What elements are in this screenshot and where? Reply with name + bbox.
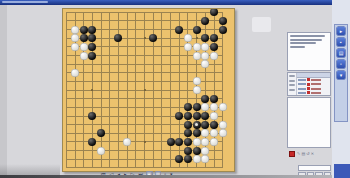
- board-cell[interactable]: [88, 86, 97, 95]
- board-cell[interactable]: [218, 17, 227, 26]
- board-cell[interactable]: [105, 146, 114, 155]
- board-cell[interactable]: [210, 86, 219, 95]
- board-cell[interactable]: [105, 138, 114, 147]
- board-cell[interactable]: [62, 138, 71, 147]
- board-cell[interactable]: [97, 17, 106, 26]
- board-cell[interactable]: [123, 103, 132, 112]
- board-cell[interactable]: [218, 60, 227, 69]
- board-cell[interactable]: [140, 138, 149, 147]
- board-cell[interactable]: [97, 94, 106, 103]
- board-cell[interactable]: [210, 94, 219, 103]
- board-cell[interactable]: [132, 43, 141, 52]
- board-cell[interactable]: [105, 86, 114, 95]
- board-cell[interactable]: [79, 77, 88, 86]
- record-icon[interactable]: [289, 151, 295, 157]
- board-cell[interactable]: [218, 43, 227, 52]
- board-cell[interactable]: [97, 129, 106, 138]
- board-cell[interactable]: [71, 25, 80, 34]
- board-cell[interactable]: [62, 94, 71, 103]
- board-cell[interactable]: [97, 86, 106, 95]
- board-cell[interactable]: [210, 120, 219, 129]
- board-cell[interactable]: [140, 60, 149, 69]
- board-cell[interactable]: [192, 146, 201, 155]
- board-cell[interactable]: [132, 8, 141, 17]
- board-cell[interactable]: [71, 34, 80, 43]
- board-cell[interactable]: [166, 129, 175, 138]
- panel-tool-4-button[interactable]: ▫: [337, 60, 345, 68]
- board-cell[interactable]: [132, 138, 141, 147]
- board-cell[interactable]: [123, 138, 132, 147]
- board-cell[interactable]: [140, 120, 149, 129]
- board-cell[interactable]: [114, 129, 123, 138]
- board-cell[interactable]: [184, 25, 193, 34]
- board-cell[interactable]: [105, 68, 114, 77]
- board-cell[interactable]: [192, 86, 201, 95]
- board-cell[interactable]: [175, 164, 184, 172]
- board-cell[interactable]: [132, 112, 141, 121]
- board-cell[interactable]: [114, 77, 123, 86]
- board-cell[interactable]: [88, 103, 97, 112]
- board-cell[interactable]: [62, 51, 71, 60]
- board-cell[interactable]: [114, 34, 123, 43]
- board-cell[interactable]: [105, 43, 114, 52]
- board-cell[interactable]: [210, 34, 219, 43]
- board-cell[interactable]: [123, 60, 132, 69]
- board-cell[interactable]: [201, 43, 210, 52]
- board-cell[interactable]: [166, 17, 175, 26]
- board-cell[interactable]: [218, 164, 227, 172]
- board-cell[interactable]: [62, 155, 71, 164]
- board-cell[interactable]: [97, 34, 106, 43]
- board-cell[interactable]: [184, 34, 193, 43]
- board-cell[interactable]: [184, 60, 193, 69]
- board-cell[interactable]: [105, 51, 114, 60]
- board-cell[interactable]: [79, 138, 88, 147]
- board-cell[interactable]: [158, 68, 167, 77]
- board-cell[interactable]: [175, 77, 184, 86]
- board-cell[interactable]: [201, 68, 210, 77]
- board-cell[interactable]: [210, 8, 219, 17]
- board-cell[interactable]: [88, 164, 97, 172]
- board-cell[interactable]: [123, 155, 132, 164]
- title-bar[interactable]: [0, 0, 350, 5]
- board-cell[interactable]: [184, 129, 193, 138]
- board-cell[interactable]: [88, 129, 97, 138]
- board-cell[interactable]: [201, 129, 210, 138]
- board-cell[interactable]: [192, 68, 201, 77]
- board-cell[interactable]: [114, 112, 123, 121]
- board-cell[interactable]: [114, 94, 123, 103]
- board-cell[interactable]: [149, 86, 158, 95]
- board-cell[interactable]: [79, 120, 88, 129]
- board-cell[interactable]: [184, 155, 193, 164]
- board-cell[interactable]: [166, 120, 175, 129]
- board-cell[interactable]: [158, 51, 167, 60]
- board-cell[interactable]: [140, 51, 149, 60]
- board-cell[interactable]: [201, 103, 210, 112]
- board-cell[interactable]: [192, 138, 201, 147]
- board-cell[interactable]: [79, 25, 88, 34]
- board-cell[interactable]: [79, 8, 88, 17]
- board-cell[interactable]: [62, 8, 71, 17]
- board-cell[interactable]: [210, 164, 219, 172]
- board-cell[interactable]: [123, 86, 132, 95]
- board-cell[interactable]: [149, 68, 158, 77]
- board-cell[interactable]: [88, 120, 97, 129]
- board-cell[interactable]: [79, 86, 88, 95]
- board-cell[interactable]: [149, 146, 158, 155]
- board-cell[interactable]: [79, 68, 88, 77]
- board-cell[interactable]: [192, 51, 201, 60]
- board-cell[interactable]: [79, 129, 88, 138]
- board-cell[interactable]: [175, 25, 184, 34]
- board-cell[interactable]: [192, 112, 201, 121]
- board-cell[interactable]: [166, 138, 175, 147]
- board-cell[interactable]: [79, 94, 88, 103]
- board-cell[interactable]: [62, 43, 71, 52]
- board-cell[interactable]: [105, 60, 114, 69]
- board-cell[interactable]: [114, 86, 123, 95]
- board-cell[interactable]: [114, 8, 123, 17]
- panel-tool-2-button[interactable]: ▪: [337, 38, 345, 46]
- board-cell[interactable]: [132, 155, 141, 164]
- board-cell[interactable]: [175, 60, 184, 69]
- board-cell[interactable]: [105, 34, 114, 43]
- board-cell[interactable]: [218, 86, 227, 95]
- board-cell[interactable]: [218, 68, 227, 77]
- board-cell[interactable]: [88, 138, 97, 147]
- board-cell[interactable]: [132, 34, 141, 43]
- board-cell[interactable]: [71, 112, 80, 121]
- board-cell[interactable]: [140, 43, 149, 52]
- board-cell[interactable]: [210, 25, 219, 34]
- board-cell[interactable]: [71, 8, 80, 17]
- board-cell[interactable]: [114, 120, 123, 129]
- board-cell[interactable]: [71, 86, 80, 95]
- board-cell[interactable]: [158, 25, 167, 34]
- board-cell[interactable]: [71, 103, 80, 112]
- board-cell[interactable]: [175, 146, 184, 155]
- board-cell[interactable]: [175, 138, 184, 147]
- board-cell[interactable]: [88, 155, 97, 164]
- board-cell[interactable]: [192, 8, 201, 17]
- board-cell[interactable]: [140, 146, 149, 155]
- board-cell[interactable]: [184, 86, 193, 95]
- go-board[interactable]: [62, 8, 235, 172]
- board-cell[interactable]: [175, 86, 184, 95]
- board-cell[interactable]: [158, 138, 167, 147]
- board-cell[interactable]: [158, 77, 167, 86]
- board-cell[interactable]: [166, 68, 175, 77]
- board-cell[interactable]: [132, 51, 141, 60]
- board-cell[interactable]: [97, 112, 106, 121]
- board-cell[interactable]: [79, 51, 88, 60]
- board-cell[interactable]: [149, 77, 158, 86]
- board-cell[interactable]: [158, 129, 167, 138]
- board-cell[interactable]: [114, 138, 123, 147]
- board-cell[interactable]: [149, 43, 158, 52]
- board-cell[interactable]: [79, 60, 88, 69]
- board-cell[interactable]: [71, 77, 80, 86]
- board-cell[interactable]: [149, 51, 158, 60]
- board-cell[interactable]: [140, 8, 149, 17]
- board-cell[interactable]: [158, 112, 167, 121]
- board-cell[interactable]: [149, 17, 158, 26]
- board-cell[interactable]: [175, 155, 184, 164]
- board-cell[interactable]: [210, 155, 219, 164]
- board-cell[interactable]: [218, 77, 227, 86]
- board-cell[interactable]: [184, 77, 193, 86]
- board-cell[interactable]: [184, 146, 193, 155]
- board-cell[interactable]: [114, 103, 123, 112]
- board-cell[interactable]: [114, 60, 123, 69]
- board-cell[interactable]: [184, 120, 193, 129]
- board-cell[interactable]: [88, 25, 97, 34]
- board-cell[interactable]: [201, 8, 210, 17]
- panel-tool-5-button[interactable]: ▾: [337, 71, 345, 79]
- board-cell[interactable]: [62, 103, 71, 112]
- board-cell[interactable]: [184, 112, 193, 121]
- board-cell[interactable]: [166, 25, 175, 34]
- board-cell[interactable]: [88, 146, 97, 155]
- board-cell[interactable]: [218, 155, 227, 164]
- board-cell[interactable]: [201, 155, 210, 164]
- board-cell[interactable]: [132, 146, 141, 155]
- board-cell[interactable]: [175, 43, 184, 52]
- board-cell[interactable]: [192, 34, 201, 43]
- board-cell[interactable]: [97, 155, 106, 164]
- board-cell[interactable]: [175, 103, 184, 112]
- board-cell[interactable]: [201, 60, 210, 69]
- board-cell[interactable]: [62, 60, 71, 69]
- board-cell[interactable]: [88, 43, 97, 52]
- board-cell[interactable]: [218, 129, 227, 138]
- board-cell[interactable]: [210, 60, 219, 69]
- board-cell[interactable]: [140, 112, 149, 121]
- board-cell[interactable]: [218, 146, 227, 155]
- board-cell[interactable]: [105, 8, 114, 17]
- board-cell[interactable]: [132, 94, 141, 103]
- board-cell[interactable]: [166, 155, 175, 164]
- board-cell[interactable]: [210, 112, 219, 121]
- board-cell[interactable]: [184, 68, 193, 77]
- board-cell[interactable]: [62, 34, 71, 43]
- board-cell[interactable]: [158, 103, 167, 112]
- board-cell[interactable]: [218, 8, 227, 17]
- board-cell[interactable]: [62, 17, 71, 26]
- board-cell[interactable]: [210, 51, 219, 60]
- board-cell[interactable]: [192, 25, 201, 34]
- board-cell[interactable]: [105, 94, 114, 103]
- board-cell[interactable]: [149, 94, 158, 103]
- board-cell[interactable]: [201, 138, 210, 147]
- board-cell[interactable]: [175, 34, 184, 43]
- board-cell[interactable]: [105, 103, 114, 112]
- board-cell[interactable]: [123, 34, 132, 43]
- board-cell[interactable]: [62, 77, 71, 86]
- board-cell[interactable]: [166, 77, 175, 86]
- board-cell[interactable]: [97, 60, 106, 69]
- board-cell[interactable]: [79, 103, 88, 112]
- board-cell[interactable]: [192, 155, 201, 164]
- board-cell[interactable]: [218, 103, 227, 112]
- board-cell[interactable]: [149, 138, 158, 147]
- board-cell[interactable]: [158, 34, 167, 43]
- board-cell[interactable]: [71, 120, 80, 129]
- board-cell[interactable]: [71, 146, 80, 155]
- board-cell[interactable]: [105, 25, 114, 34]
- board-cell[interactable]: [184, 17, 193, 26]
- board-cell[interactable]: [114, 146, 123, 155]
- board-cell[interactable]: [192, 94, 201, 103]
- board-cell[interactable]: [114, 68, 123, 77]
- board-cell[interactable]: [105, 17, 114, 26]
- board-cell[interactable]: [175, 17, 184, 26]
- board-cell[interactable]: [140, 34, 149, 43]
- board-cell[interactable]: [210, 77, 219, 86]
- board-cell[interactable]: [62, 25, 71, 34]
- board-cell[interactable]: [132, 25, 141, 34]
- board-cell[interactable]: [192, 120, 201, 129]
- board-cell[interactable]: [97, 25, 106, 34]
- board-cell[interactable]: [166, 94, 175, 103]
- board-cell[interactable]: [123, 146, 132, 155]
- board-cell[interactable]: [149, 103, 158, 112]
- board-cell[interactable]: [123, 94, 132, 103]
- board-cell[interactable]: [105, 155, 114, 164]
- board-cell[interactable]: [105, 77, 114, 86]
- board-cell[interactable]: [218, 51, 227, 60]
- board-cell[interactable]: [123, 17, 132, 26]
- board-cell[interactable]: [123, 129, 132, 138]
- board-cell[interactable]: [192, 43, 201, 52]
- board-cell[interactable]: [79, 43, 88, 52]
- board-cell[interactable]: [166, 112, 175, 121]
- board-cell[interactable]: [88, 94, 97, 103]
- board-cell[interactable]: [166, 34, 175, 43]
- board-cell[interactable]: [62, 86, 71, 95]
- board-cell[interactable]: [210, 17, 219, 26]
- board-cell[interactable]: [79, 112, 88, 121]
- board-cell[interactable]: [79, 146, 88, 155]
- board-cell[interactable]: [88, 51, 97, 60]
- board-cell[interactable]: [166, 8, 175, 17]
- board-cell[interactable]: [175, 112, 184, 121]
- board-cell[interactable]: [71, 17, 80, 26]
- board-cell[interactable]: [158, 43, 167, 52]
- board-cell[interactable]: [210, 68, 219, 77]
- board-cell[interactable]: [97, 103, 106, 112]
- board-cell[interactable]: [71, 94, 80, 103]
- board-cell[interactable]: [201, 17, 210, 26]
- board-cell[interactable]: [114, 43, 123, 52]
- board-cell[interactable]: [140, 129, 149, 138]
- board-cell[interactable]: [184, 43, 193, 52]
- board-cell[interactable]: [149, 8, 158, 17]
- board-cell[interactable]: [175, 51, 184, 60]
- board-cell[interactable]: [210, 129, 219, 138]
- board-cell[interactable]: [175, 68, 184, 77]
- board-cell[interactable]: [201, 51, 210, 60]
- board-cell[interactable]: [123, 43, 132, 52]
- board-cell[interactable]: [132, 60, 141, 69]
- board-cell[interactable]: [201, 86, 210, 95]
- board-cell[interactable]: [132, 129, 141, 138]
- board-cell[interactable]: [149, 60, 158, 69]
- board-cell[interactable]: [105, 129, 114, 138]
- board-cell[interactable]: [166, 103, 175, 112]
- board-cell[interactable]: [201, 112, 210, 121]
- board-cell[interactable]: [158, 146, 167, 155]
- board-cell[interactable]: [210, 138, 219, 147]
- board-cell[interactable]: [62, 146, 71, 155]
- board-cell[interactable]: [175, 129, 184, 138]
- board-cell[interactable]: [79, 34, 88, 43]
- board-cell[interactable]: [149, 112, 158, 121]
- board-cell[interactable]: [184, 8, 193, 17]
- board-cell[interactable]: [62, 112, 71, 121]
- board-cell[interactable]: [62, 164, 71, 172]
- board-cell[interactable]: [62, 129, 71, 138]
- board-cell[interactable]: [149, 34, 158, 43]
- board-cell[interactable]: [123, 51, 132, 60]
- board-cell[interactable]: [218, 34, 227, 43]
- board-cell[interactable]: [201, 77, 210, 86]
- board-cell[interactable]: [218, 25, 227, 34]
- board-cell[interactable]: [88, 34, 97, 43]
- board-cell[interactable]: [97, 8, 106, 17]
- board-cell[interactable]: [97, 68, 106, 77]
- board-cell[interactable]: [71, 138, 80, 147]
- board-cell[interactable]: [114, 155, 123, 164]
- board-cell[interactable]: [158, 86, 167, 95]
- board-cell[interactable]: [132, 77, 141, 86]
- board-cell[interactable]: [201, 34, 210, 43]
- board-cell[interactable]: [71, 68, 80, 77]
- board-cell[interactable]: [62, 68, 71, 77]
- board-cell[interactable]: [158, 60, 167, 69]
- board-cell[interactable]: [201, 146, 210, 155]
- board-cell[interactable]: [97, 77, 106, 86]
- board-cell[interactable]: [184, 164, 193, 172]
- board-cell[interactable]: [132, 17, 141, 26]
- board-cell[interactable]: [140, 103, 149, 112]
- board-cell[interactable]: [175, 120, 184, 129]
- board-cell[interactable]: [105, 120, 114, 129]
- board-cell[interactable]: [210, 103, 219, 112]
- board-cell[interactable]: [140, 68, 149, 77]
- board-cell[interactable]: [140, 25, 149, 34]
- board-cell[interactable]: [158, 155, 167, 164]
- board-cell[interactable]: [88, 8, 97, 17]
- board-cell[interactable]: [132, 120, 141, 129]
- board-cell[interactable]: [123, 112, 132, 121]
- board-cell[interactable]: [184, 94, 193, 103]
- board-cell[interactable]: [184, 103, 193, 112]
- board-cell[interactable]: [140, 86, 149, 95]
- board-cell[interactable]: [140, 17, 149, 26]
- panel-tool-1-button[interactable]: ▸: [337, 27, 345, 35]
- board-cell[interactable]: [166, 146, 175, 155]
- board-cell[interactable]: [71, 51, 80, 60]
- board-cell[interactable]: [97, 120, 106, 129]
- board-cell[interactable]: [158, 94, 167, 103]
- board-cell[interactable]: [79, 164, 88, 172]
- board-cell[interactable]: [201, 94, 210, 103]
- panel-tool-3-button[interactable]: ▤: [337, 49, 345, 57]
- board-cell[interactable]: [123, 77, 132, 86]
- board-cell[interactable]: [166, 86, 175, 95]
